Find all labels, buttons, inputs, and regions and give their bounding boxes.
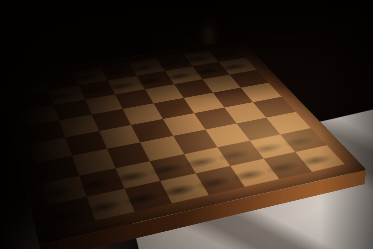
white-rook-icon: ♜	[0, 155, 144, 211]
board-stage: ♜♞♝♛♚♝♞♜♟♟♟♟♟♟♟♟♟♟♟♟♟♟♟♟♜♞♝♛♚♝♞♜	[0, 0, 373, 249]
chess-board: ♜♞♝♛♚♝♞♜♟♟♟♟♟♟♟♟♟♟♟♟♟♟♟♟♜♞♝♛♚♝♞♜	[0, 39, 366, 244]
square-a1[interactable]: ♜	[47, 196, 94, 229]
chess-photo-scene: ♜♞♝♛♚♝♞♜♟♟♟♟♟♟♟♟♟♟♟♟♟♟♟♟♜♞♝♛♚♝♞♜	[0, 0, 373, 249]
board-grid: ♜♞♝♛♚♝♞♜♟♟♟♟♟♟♟♟♟♟♟♟♟♟♟♟♜♞♝♛♚♝♞♜	[13, 46, 344, 229]
black-pawn-icon: ♟	[0, 64, 92, 98]
